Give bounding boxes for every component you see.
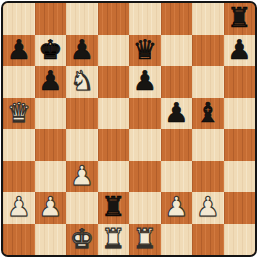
piece-black-pawn[interactable]: ♟ [70,36,94,63]
chess-board: ♜♟♚♟♛♟♟♞♟♛♟♝♟♟♟♜♟♟♚♜♜ [1,1,257,257]
square-h3[interactable] [224,161,256,193]
square-h1[interactable] [224,224,256,256]
square-a7[interactable]: ♟ [3,35,35,67]
square-a5[interactable]: ♛ [3,98,35,130]
square-c6[interactable]: ♞ [66,66,98,98]
square-e5[interactable] [129,98,161,130]
piece-white-knight[interactable]: ♞ [70,67,94,94]
square-h4[interactable] [224,129,256,161]
square-c1[interactable]: ♚ [66,224,98,256]
square-a1[interactable] [3,224,35,256]
square-e3[interactable] [129,161,161,193]
square-e7[interactable]: ♛ [129,35,161,67]
square-c2[interactable] [66,192,98,224]
square-d8[interactable] [98,3,130,35]
square-h8[interactable]: ♜ [224,3,256,35]
square-b3[interactable] [35,161,67,193]
square-f8[interactable] [161,3,193,35]
piece-black-pawn[interactable]: ♟ [38,67,62,94]
square-g3[interactable] [192,161,224,193]
piece-black-king[interactable]: ♚ [38,36,62,63]
square-d1[interactable]: ♜ [98,224,130,256]
square-d2[interactable]: ♜ [98,192,130,224]
square-g7[interactable] [192,35,224,67]
square-a3[interactable] [3,161,35,193]
square-c3[interactable]: ♟ [66,161,98,193]
piece-white-pawn[interactable]: ♟ [196,193,220,220]
square-g8[interactable] [192,3,224,35]
square-f6[interactable] [161,66,193,98]
board-grid: ♜♟♚♟♛♟♟♞♟♛♟♝♟♟♟♜♟♟♚♜♜ [3,3,255,255]
square-g5[interactable]: ♝ [192,98,224,130]
square-d6[interactable] [98,66,130,98]
square-h6[interactable] [224,66,256,98]
square-a2[interactable]: ♟ [3,192,35,224]
square-d5[interactable] [98,98,130,130]
square-a8[interactable] [3,3,35,35]
square-b6[interactable]: ♟ [35,66,67,98]
square-h5[interactable] [224,98,256,130]
piece-white-rook[interactable]: ♜ [101,225,125,252]
square-g2[interactable]: ♟ [192,192,224,224]
square-b5[interactable] [35,98,67,130]
square-e8[interactable] [129,3,161,35]
square-c8[interactable] [66,3,98,35]
square-g4[interactable] [192,129,224,161]
square-c4[interactable] [66,129,98,161]
square-e1[interactable]: ♜ [129,224,161,256]
piece-black-pawn[interactable]: ♟ [227,36,251,63]
square-a6[interactable] [3,66,35,98]
square-f7[interactable] [161,35,193,67]
square-f2[interactable]: ♟ [161,192,193,224]
square-f5[interactable]: ♟ [161,98,193,130]
square-b8[interactable] [35,3,67,35]
piece-white-pawn[interactable]: ♟ [70,162,94,189]
square-h7[interactable]: ♟ [224,35,256,67]
square-b2[interactable]: ♟ [35,192,67,224]
piece-black-queen[interactable]: ♛ [133,36,157,63]
square-e6[interactable]: ♟ [129,66,161,98]
square-b1[interactable] [35,224,67,256]
square-c7[interactable]: ♟ [66,35,98,67]
piece-black-rook[interactable]: ♜ [227,4,251,31]
square-f3[interactable] [161,161,193,193]
chess-board-screenshot: ♜♟♚♟♛♟♟♞♟♛♟♝♟♟♟♜♟♟♚♜♜ [0,0,258,258]
square-e2[interactable] [129,192,161,224]
square-b7[interactable]: ♚ [35,35,67,67]
square-d3[interactable] [98,161,130,193]
piece-white-rook[interactable]: ♜ [133,225,157,252]
piece-white-king[interactable]: ♚ [70,225,94,252]
piece-black-pawn[interactable]: ♟ [133,67,157,94]
square-e4[interactable] [129,129,161,161]
square-f1[interactable] [161,224,193,256]
square-g1[interactable] [192,224,224,256]
piece-black-bishop[interactable]: ♝ [196,99,220,126]
square-b4[interactable] [35,129,67,161]
square-a4[interactable] [3,129,35,161]
piece-white-pawn[interactable]: ♟ [38,193,62,220]
piece-black-pawn[interactable]: ♟ [7,36,31,63]
square-d7[interactable] [98,35,130,67]
piece-white-queen[interactable]: ♛ [7,99,31,126]
piece-white-pawn[interactable]: ♟ [164,193,188,220]
piece-white-pawn[interactable]: ♟ [7,193,31,220]
piece-black-rook[interactable]: ♜ [101,193,125,220]
square-d4[interactable] [98,129,130,161]
square-c5[interactable] [66,98,98,130]
piece-black-pawn[interactable]: ♟ [164,99,188,126]
square-h2[interactable] [224,192,256,224]
square-f4[interactable] [161,129,193,161]
square-g6[interactable] [192,66,224,98]
